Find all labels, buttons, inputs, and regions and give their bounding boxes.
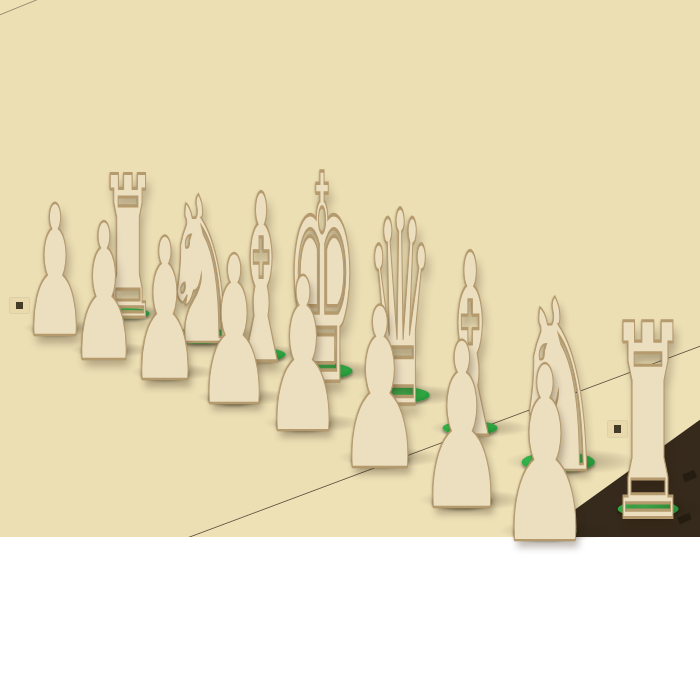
frame-coordinate-chip [608,421,627,437]
frame-coordinate-chip [10,298,29,313]
product-photo-stage: ♜♞♝♚♛♝♞♜♟♟♟♟♟♟♟♟ [0,0,700,700]
chessboard [0,0,700,537]
